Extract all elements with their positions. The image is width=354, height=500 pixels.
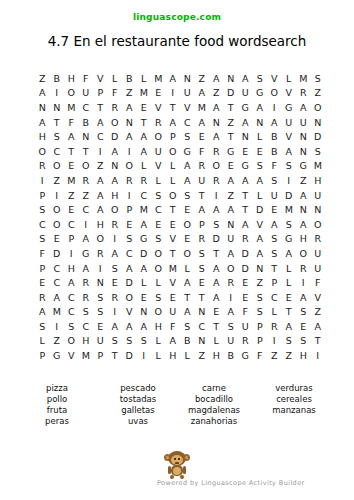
grid-cell: A <box>137 319 152 334</box>
grid-cell: L <box>180 348 195 363</box>
grid-cell: Z <box>195 348 210 363</box>
grid-cell: M <box>166 261 181 276</box>
grid-cell: A <box>238 115 253 130</box>
grid-cell: E <box>253 144 268 159</box>
grid-cell: L <box>253 129 268 144</box>
grid-cell: H <box>108 188 123 203</box>
grid-cell: S <box>35 232 50 247</box>
grid-cell: C <box>50 275 65 290</box>
grid-cell: A <box>93 188 108 203</box>
grid-cell: A <box>35 115 50 130</box>
grid-cell: N <box>296 202 311 217</box>
grid-cell: M <box>79 348 94 363</box>
grid-cell: E <box>166 217 181 232</box>
grid-cell: C <box>64 305 79 320</box>
grid-cell: V <box>166 232 181 247</box>
grid-cell: I <box>296 275 311 290</box>
grid-cell: O <box>224 261 239 276</box>
grid-cell: Z <box>296 173 311 188</box>
grid-cell: C <box>93 129 108 144</box>
grid-cell: B <box>224 348 239 363</box>
grid-cell: I <box>108 232 123 247</box>
grid-cell: F <box>35 246 50 261</box>
grid-cell: O <box>108 115 123 130</box>
grid-cell: N <box>238 129 253 144</box>
grid-cell: Z <box>50 173 65 188</box>
grid-cell: V <box>180 100 195 115</box>
grid-cell: H <box>93 217 108 232</box>
grid-cell: A <box>108 144 123 159</box>
grid-cell: Z <box>311 305 326 320</box>
monkey-mascot-icon <box>164 451 190 479</box>
grid-cell: N <box>253 115 268 130</box>
grid-cell: A <box>209 71 224 86</box>
grid-cell: A <box>209 100 224 115</box>
grid-cell: B <box>79 115 94 130</box>
grid-cell: I <box>267 100 282 115</box>
grid-cell: A <box>224 173 239 188</box>
grid-cell: A <box>224 246 239 261</box>
grid-cell: R <box>209 173 224 188</box>
grid-cell: I <box>311 348 326 363</box>
grid-cell: F <box>79 71 94 86</box>
grid-cell: L <box>253 188 268 203</box>
grid-cell: C <box>79 319 94 334</box>
grid-cell: E <box>195 129 210 144</box>
grid-cell: S <box>180 188 195 203</box>
grid-cell: C <box>267 290 282 305</box>
grid-cell: R <box>108 217 123 232</box>
grid-cell: A <box>137 129 152 144</box>
grid-cell: T <box>267 261 282 276</box>
grid-cell: A <box>195 115 210 130</box>
grid-cell: U <box>180 86 195 101</box>
grid-cell: R <box>209 144 224 159</box>
grid-cell: A <box>166 115 181 130</box>
grid-cell: A <box>108 246 123 261</box>
grid-cell: S <box>151 290 166 305</box>
grid-cell: O <box>64 334 79 349</box>
grid-cell: C <box>79 100 94 115</box>
grid-cell: D <box>122 275 137 290</box>
grid-cell: N <box>296 129 311 144</box>
word-list-item: galletas <box>97 405 179 416</box>
grid-cell: A <box>93 173 108 188</box>
grid-cell: E <box>238 290 253 305</box>
grid-cell: A <box>108 173 123 188</box>
grid-cell: P <box>93 348 108 363</box>
grid-cell: E <box>64 159 79 174</box>
grid-cell: S <box>64 319 79 334</box>
grid-cell: S <box>35 319 50 334</box>
grid-cell: O <box>108 202 123 217</box>
grid-cell: A <box>108 319 123 334</box>
grid-cell: U <box>238 319 253 334</box>
grid-cell: T <box>224 100 239 115</box>
grid-cell: V <box>282 86 297 101</box>
grid-cell: L <box>166 159 181 174</box>
grid-cell: O <box>50 159 65 174</box>
grid-cell: S <box>122 334 137 349</box>
worksheet-page: linguascope.com 4.7 En el restaurante fo… <box>0 0 354 500</box>
grid-cell: A <box>296 188 311 203</box>
word-list-item: cereales <box>253 394 335 405</box>
grid-cell: S <box>151 188 166 203</box>
grid-cell: G <box>238 100 253 115</box>
grid-cell: I <box>108 305 123 320</box>
grid-cell: T <box>209 246 224 261</box>
grid-cell: E <box>238 144 253 159</box>
grid-cell: S <box>311 71 326 86</box>
grid-cell: P <box>35 348 50 363</box>
grid-cell: S <box>282 159 297 174</box>
grid-cell: R <box>79 290 94 305</box>
grid-cell: A <box>195 86 210 101</box>
grid-cell: E <box>166 290 181 305</box>
grid-cell: U <box>224 232 239 247</box>
grid-cell: V <box>311 290 326 305</box>
grid-cell: O <box>180 246 195 261</box>
grid-cell: N <box>195 334 210 349</box>
grid-cell: E <box>64 202 79 217</box>
grid-cell: O <box>296 246 311 261</box>
grid-cell: T <box>108 348 123 363</box>
grid-cell: U <box>282 115 297 130</box>
grid-cell: M <box>195 100 210 115</box>
grid-cell: L <box>151 275 166 290</box>
grid-cell: A <box>137 144 152 159</box>
grid-cell: A <box>238 71 253 86</box>
grid-cell: A <box>180 173 195 188</box>
grid-cell: U <box>296 115 311 130</box>
grid-cell: I <box>50 319 65 334</box>
grid-cell: A <box>137 261 152 276</box>
grid-cell: A <box>122 129 137 144</box>
grid-cell: A <box>253 246 268 261</box>
grid-cell: S <box>253 290 268 305</box>
grid-cell: R <box>108 100 123 115</box>
grid-cell: R <box>151 115 166 130</box>
grid-cell: T <box>166 100 181 115</box>
grid-cell: I <box>122 188 137 203</box>
grid-cell: O <box>311 217 326 232</box>
grid-cell: E <box>137 100 152 115</box>
grid-cell: M <box>64 173 79 188</box>
grid-cell: A <box>209 275 224 290</box>
grid-cell: A <box>267 217 282 232</box>
grid-cell: R <box>35 159 50 174</box>
grid-cell: E <box>224 159 239 174</box>
grid-cell: R <box>296 86 311 101</box>
grid-cell: L <box>282 275 297 290</box>
grid-cell: A <box>122 319 137 334</box>
grid-cell: B <box>267 129 282 144</box>
grid-cell: C <box>50 261 65 276</box>
grid-cell: P <box>64 232 79 247</box>
grid-cell: D <box>224 86 239 101</box>
grid-cell: S <box>195 246 210 261</box>
grid-cell: R <box>238 232 253 247</box>
grid-cell: O <box>267 86 282 101</box>
grid-cell: N <box>253 261 268 276</box>
grid-cell: A <box>296 217 311 232</box>
grid-cell: O <box>180 217 195 232</box>
grid-cell: S <box>267 246 282 261</box>
grid-cell: O <box>209 159 224 174</box>
grid-cell: O <box>151 129 166 144</box>
grid-cell: V <box>151 159 166 174</box>
grid-cell: S <box>35 202 50 217</box>
worksheet-title: 4.7 En el restaurante food wordsearch <box>0 33 354 49</box>
grid-cell: H <box>79 334 94 349</box>
grid-cell: C <box>137 188 152 203</box>
grid-cell: A <box>166 334 181 349</box>
grid-cell: P <box>35 188 50 203</box>
grid-cell: I <box>122 144 137 159</box>
grid-cell: N <box>180 71 195 86</box>
grid-cell: A <box>122 261 137 276</box>
grid-cell: S <box>93 305 108 320</box>
grid-cell: Z <box>195 71 210 86</box>
grid-cell: T <box>137 115 152 130</box>
site-logo[interactable]: linguascope.com <box>0 12 354 22</box>
grid-cell: I <box>93 261 108 276</box>
grid-cell: Z <box>50 334 65 349</box>
grid-cell: N <box>79 129 94 144</box>
grid-cell: A <box>267 115 282 130</box>
grid-cell: C <box>35 217 50 232</box>
grid-cell: I <box>224 290 239 305</box>
grid-cell: T <box>64 144 79 159</box>
grid-cell: I <box>137 348 152 363</box>
grid-cell: N <box>93 275 108 290</box>
grid-cell: D <box>108 129 123 144</box>
grid-cell: B <box>180 334 195 349</box>
word-list-item: manzanas <box>253 405 335 416</box>
grid-cell: A <box>296 290 311 305</box>
grid-cell: R <box>79 275 94 290</box>
grid-cell: N <box>311 202 326 217</box>
grid-cell: S <box>122 232 137 247</box>
grid-cell: H <box>296 232 311 247</box>
grid-cell: L <box>151 348 166 363</box>
grid-cell: F <box>108 86 123 101</box>
grid-cell: M <box>64 100 79 115</box>
grid-cell: R <box>35 290 50 305</box>
grid-cell: O <box>166 188 181 203</box>
grid-cell: R <box>108 290 123 305</box>
grid-cell: S <box>180 319 195 334</box>
grid-cell: A <box>311 319 326 334</box>
grid-cell: E <box>209 305 224 320</box>
grid-cell: T <box>224 129 239 144</box>
grid-cell: D <box>50 246 65 261</box>
grid-cell: R <box>195 232 210 247</box>
grid-cell: D <box>137 246 152 261</box>
grid-cell: O <box>35 144 50 159</box>
grid-cell: L <box>209 334 224 349</box>
grid-cell: I <box>50 188 65 203</box>
grid-cell: V <box>93 71 108 86</box>
grid-cell: N <box>224 217 239 232</box>
grid-cell: C <box>122 246 137 261</box>
grid-cell: E <box>267 202 282 217</box>
grid-cell: I <box>267 334 282 349</box>
grid-cell: U <box>166 305 181 320</box>
grid-cell: I <box>64 246 79 261</box>
grid-cell: T <box>238 188 253 203</box>
grid-cell: L <box>108 71 123 86</box>
grid-cell: F <box>195 144 210 159</box>
grid-cell: E <box>50 232 65 247</box>
grid-cell: Z <box>311 86 326 101</box>
grid-cell: T <box>209 319 224 334</box>
word-list-item: tostadas <box>97 394 179 405</box>
grid-cell: O <box>64 86 79 101</box>
grid-cell: A <box>253 173 268 188</box>
word-list-item: carne <box>172 383 256 394</box>
grid-cell: F <box>238 305 253 320</box>
grid-cell: U <box>238 86 253 101</box>
grid-cell: N <box>209 115 224 130</box>
grid-cell: T <box>195 290 210 305</box>
grid-cell: E <box>238 275 253 290</box>
grid-cell: A <box>224 305 239 320</box>
grid-cell: O <box>122 290 137 305</box>
grid-cell: O <box>50 217 65 232</box>
grid-cell: U <box>267 188 282 203</box>
word-list-column-2: pescadotostadasgalletasuvas <box>97 383 179 427</box>
grid-cell: I <box>50 86 65 101</box>
grid-cell: R <box>267 319 282 334</box>
grid-cell: E <box>93 319 108 334</box>
grid-cell: S <box>79 305 94 320</box>
grid-cell: S <box>195 261 210 276</box>
grid-cell: I <box>209 188 224 203</box>
grid-cell: S <box>267 173 282 188</box>
grid-cell: Z <box>209 86 224 101</box>
word-list-item: zanahorias <box>172 416 256 427</box>
grid-cell: V <box>267 71 282 86</box>
grid-cell: C <box>79 202 94 217</box>
grid-cell: N <box>195 305 210 320</box>
grid-cell: P <box>166 129 181 144</box>
grid-cell: E <box>282 290 297 305</box>
grid-cell: A <box>209 129 224 144</box>
grid-cell: S <box>93 290 108 305</box>
grid-cell: G <box>137 232 152 247</box>
grid-cell: D <box>238 246 253 261</box>
grid-cell: P <box>122 202 137 217</box>
grid-cell: S <box>253 159 268 174</box>
grid-cell: T <box>238 202 253 217</box>
grid-cell: A <box>35 86 50 101</box>
grid-cell: A <box>93 202 108 217</box>
grid-cell: U <box>311 261 326 276</box>
grid-cell: N <box>137 305 152 320</box>
grid-cell: S <box>296 305 311 320</box>
grid-cell: E <box>151 217 166 232</box>
grid-cell: A <box>209 261 224 276</box>
grid-cell: U <box>93 334 108 349</box>
grid-cell: S <box>267 232 282 247</box>
grid-cell: A <box>195 202 210 217</box>
grid-cell: E <box>137 290 152 305</box>
grid-cell: N <box>224 71 239 86</box>
grid-cell: S <box>151 232 166 247</box>
grid-cell: F <box>64 115 79 130</box>
word-list-column-3: carnebocadillomagdalenaszanahorias <box>172 383 256 427</box>
grid-cell: H <box>64 71 79 86</box>
grid-cell: M <box>137 86 152 101</box>
grid-cell: A <box>50 290 65 305</box>
grid-cell: G <box>224 144 239 159</box>
grid-cell: L <box>267 305 282 320</box>
grid-cell: V <box>64 348 79 363</box>
grid-cell: N <box>296 144 311 159</box>
grid-cell: A <box>79 261 94 276</box>
grid-cell: R <box>93 246 108 261</box>
grid-cell: L <box>151 173 166 188</box>
grid-cell: T <box>311 334 326 349</box>
grid-cell: R <box>122 173 137 188</box>
grid-cell: A <box>180 305 195 320</box>
grid-cell: A <box>93 115 108 130</box>
powered-by-credit: Powered by Linguascope Activity Builder <box>157 479 305 487</box>
word-list-item: pescado <box>97 383 179 394</box>
grid-cell: F <box>311 275 326 290</box>
grid-cell: S <box>282 217 297 232</box>
grid-cell: E <box>180 232 195 247</box>
grid-cell: I <box>93 144 108 159</box>
grid-cell: A <box>224 202 239 217</box>
grid-cell: D <box>238 261 253 276</box>
grid-cell: O <box>151 246 166 261</box>
grid-cell: C <box>64 217 79 232</box>
grid-cell: G <box>180 144 195 159</box>
grid-cell: L <box>166 173 181 188</box>
grid-cell: T <box>93 100 108 115</box>
grid-cell: Z <box>122 86 137 101</box>
grid-cell: U <box>79 86 94 101</box>
grid-cell: L <box>137 71 152 86</box>
grid-cell: L <box>151 334 166 349</box>
grid-cell: P <box>253 334 268 349</box>
grid-cell: U <box>311 188 326 203</box>
grid-cell: E <box>122 217 137 232</box>
grid-cell: S <box>108 261 123 276</box>
grid-cell: A <box>282 319 297 334</box>
grid-cell: D <box>209 232 224 247</box>
grid-cell: E <box>195 275 210 290</box>
grid-cell: N <box>311 115 326 130</box>
grid-cell: I <box>282 173 297 188</box>
grid-cell: R <box>79 173 94 188</box>
grid-cell: A <box>296 100 311 115</box>
grid-cell: H <box>296 348 311 363</box>
wordsearch-grid: ZBHFVLBLMANZANASVLMSAIOUPFZMEIUAZDUGOVRZ… <box>35 71 325 363</box>
grid-cell: A <box>79 232 94 247</box>
grid-cell: Z <box>253 275 268 290</box>
grid-cell: V <box>166 275 181 290</box>
grid-cell: C <box>180 115 195 130</box>
grid-cell: A <box>282 144 297 159</box>
grid-cell: O <box>93 232 108 247</box>
grid-cell: L <box>137 275 152 290</box>
grid-cell: C <box>195 319 210 334</box>
grid-cell: C <box>64 290 79 305</box>
word-list-column-4: verdurascerealesmanzanas <box>253 383 335 416</box>
